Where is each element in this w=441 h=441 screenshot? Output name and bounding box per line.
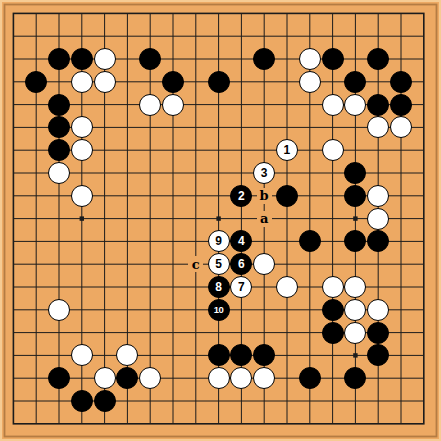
stone-white[interactable] xyxy=(367,208,389,230)
stone-black[interactable] xyxy=(367,344,389,366)
stone-white[interactable] xyxy=(299,71,321,93)
stone-black[interactable] xyxy=(48,139,70,161)
move-stone-10-black[interactable]: 10 xyxy=(208,299,230,321)
stone-black[interactable] xyxy=(367,94,389,116)
stone-white[interactable] xyxy=(48,299,70,321)
stone-black[interactable] xyxy=(299,230,321,252)
stone-black[interactable] xyxy=(344,367,366,389)
stone-white[interactable] xyxy=(276,276,298,298)
move-stone-9-white[interactable]: 9 xyxy=(208,230,230,252)
stone-black[interactable] xyxy=(48,48,70,70)
stone-white[interactable] xyxy=(367,116,389,138)
stone-black[interactable] xyxy=(253,48,275,70)
move-stone-2-black[interactable]: 2 xyxy=(230,185,252,207)
stone-white[interactable] xyxy=(344,299,366,321)
stone-black[interactable] xyxy=(48,116,70,138)
stone-black[interactable] xyxy=(139,48,161,70)
stone-black[interactable] xyxy=(344,71,366,93)
stone-white[interactable] xyxy=(94,71,116,93)
annotation-b[interactable]: b xyxy=(257,188,272,204)
stone-black[interactable] xyxy=(367,48,389,70)
stone-white[interactable] xyxy=(344,276,366,298)
stone-white[interactable] xyxy=(230,367,252,389)
stone-white[interactable] xyxy=(139,367,161,389)
stone-black[interactable] xyxy=(208,344,230,366)
stone-black[interactable] xyxy=(162,71,184,93)
stone-white[interactable] xyxy=(71,139,93,161)
stone-black[interactable] xyxy=(390,94,412,116)
stone-black[interactable] xyxy=(322,322,344,344)
go-board[interactable]: 12345678910abc xyxy=(0,0,441,441)
stone-white[interactable] xyxy=(390,116,412,138)
stone-black[interactable] xyxy=(25,71,47,93)
stone-white[interactable] xyxy=(344,322,366,344)
stone-black[interactable] xyxy=(344,162,366,184)
stone-black[interactable] xyxy=(230,344,252,366)
stone-black[interactable] xyxy=(48,94,70,116)
stone-white[interactable] xyxy=(344,94,366,116)
move-stone-6-black[interactable]: 6 xyxy=(230,253,252,275)
stone-white[interactable] xyxy=(162,94,184,116)
stone-white[interactable] xyxy=(94,367,116,389)
move-stone-3-white[interactable]: 3 xyxy=(253,162,275,184)
stone-black[interactable] xyxy=(299,367,321,389)
stone-white[interactable] xyxy=(116,344,138,366)
stone-white[interactable] xyxy=(71,116,93,138)
stone-black[interactable] xyxy=(48,367,70,389)
stone-white[interactable] xyxy=(367,299,389,321)
move-stone-8-black[interactable]: 8 xyxy=(208,276,230,298)
stone-black[interactable] xyxy=(367,322,389,344)
stone-white[interactable] xyxy=(253,367,275,389)
stone-black[interactable] xyxy=(390,71,412,93)
stone-white[interactable] xyxy=(208,367,230,389)
annotation-c[interactable]: c xyxy=(188,256,203,272)
stone-black[interactable] xyxy=(322,299,344,321)
stone-white[interactable] xyxy=(139,94,161,116)
stone-white[interactable] xyxy=(71,185,93,207)
stone-black[interactable] xyxy=(367,230,389,252)
stone-white[interactable] xyxy=(322,276,344,298)
move-stone-4-black[interactable]: 4 xyxy=(230,230,252,252)
stone-white[interactable] xyxy=(253,253,275,275)
stone-white[interactable] xyxy=(322,94,344,116)
stone-black[interactable] xyxy=(116,367,138,389)
stone-white[interactable] xyxy=(71,71,93,93)
stone-white[interactable] xyxy=(322,139,344,161)
stone-black[interactable] xyxy=(71,390,93,412)
stone-white[interactable] xyxy=(94,48,116,70)
stone-white[interactable] xyxy=(367,185,389,207)
stone-black[interactable] xyxy=(208,71,230,93)
stone-black[interactable] xyxy=(71,48,93,70)
stone-white[interactable] xyxy=(48,162,70,184)
stone-black[interactable] xyxy=(276,185,298,207)
goban-grid: 12345678910abc xyxy=(2,2,435,435)
stone-black[interactable] xyxy=(322,48,344,70)
move-stone-7-white[interactable]: 7 xyxy=(230,276,252,298)
stone-white[interactable] xyxy=(71,344,93,366)
stone-white[interactable] xyxy=(299,48,321,70)
stone-black[interactable] xyxy=(344,185,366,207)
stone-black[interactable] xyxy=(253,344,275,366)
move-stone-5-white[interactable]: 5 xyxy=(208,253,230,275)
stone-black[interactable] xyxy=(94,390,116,412)
annotation-a[interactable]: a xyxy=(257,211,272,227)
stone-black[interactable] xyxy=(344,230,366,252)
move-stone-1-white[interactable]: 1 xyxy=(276,139,298,161)
